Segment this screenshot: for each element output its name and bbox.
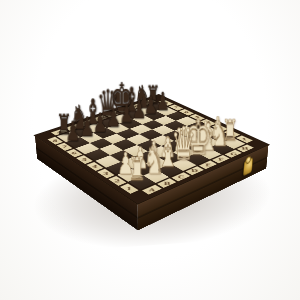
coordinate-text: 5 <box>81 158 87 162</box>
coordinate-text: 8 <box>164 102 168 104</box>
square-b7: ♟ <box>80 132 103 143</box>
coordinate-text: D <box>191 169 198 173</box>
coordinate-text: 2 <box>229 132 235 135</box>
coordinate-text: 4 <box>92 165 98 169</box>
coordinate-text: 2 <box>114 179 120 183</box>
clasp-hook-icon <box>245 155 251 165</box>
coordinate-text: A <box>149 188 155 192</box>
brass-clasp-icon <box>243 157 253 177</box>
square-g1: ♞ <box>209 143 233 154</box>
coordinate-text: C <box>178 175 185 179</box>
coordinate-text: 5 <box>195 116 200 119</box>
coordinate-text: 1 <box>241 138 247 141</box>
coordinate-text: F <box>218 157 224 161</box>
black-rook: ♜ <box>56 111 66 139</box>
coordinate-text: 6 <box>71 151 77 154</box>
coordinate-text: H <box>241 147 249 150</box>
coordinate-text: G <box>230 152 237 155</box>
coordinate-text: 7 <box>174 106 179 109</box>
coordinate-text: 7 <box>62 145 68 148</box>
coordinate-text: 4 <box>206 121 211 124</box>
black-rook: ♜ <box>146 83 155 108</box>
coordinate-text: 3 <box>217 126 222 129</box>
coordinate-text: E <box>205 163 211 167</box>
coordinate-text: B <box>163 181 170 185</box>
coordinate-text: 8 <box>52 139 58 142</box>
coordinate-text: A <box>56 131 62 134</box>
square-b2: ♟ <box>131 163 157 176</box>
coordinate-text: 6 <box>184 111 189 114</box>
coordinate-text: 3 <box>103 172 109 176</box>
coordinate-text: 1 <box>126 187 132 191</box>
black-knight: ♞ <box>134 81 143 112</box>
photo-stage: 87654321 HGFEDCBA ♜♟♟♜♞♟♟♞♝♟♟♝♚♟♟♚♛♟♟♛♝♟… <box>0 0 300 300</box>
